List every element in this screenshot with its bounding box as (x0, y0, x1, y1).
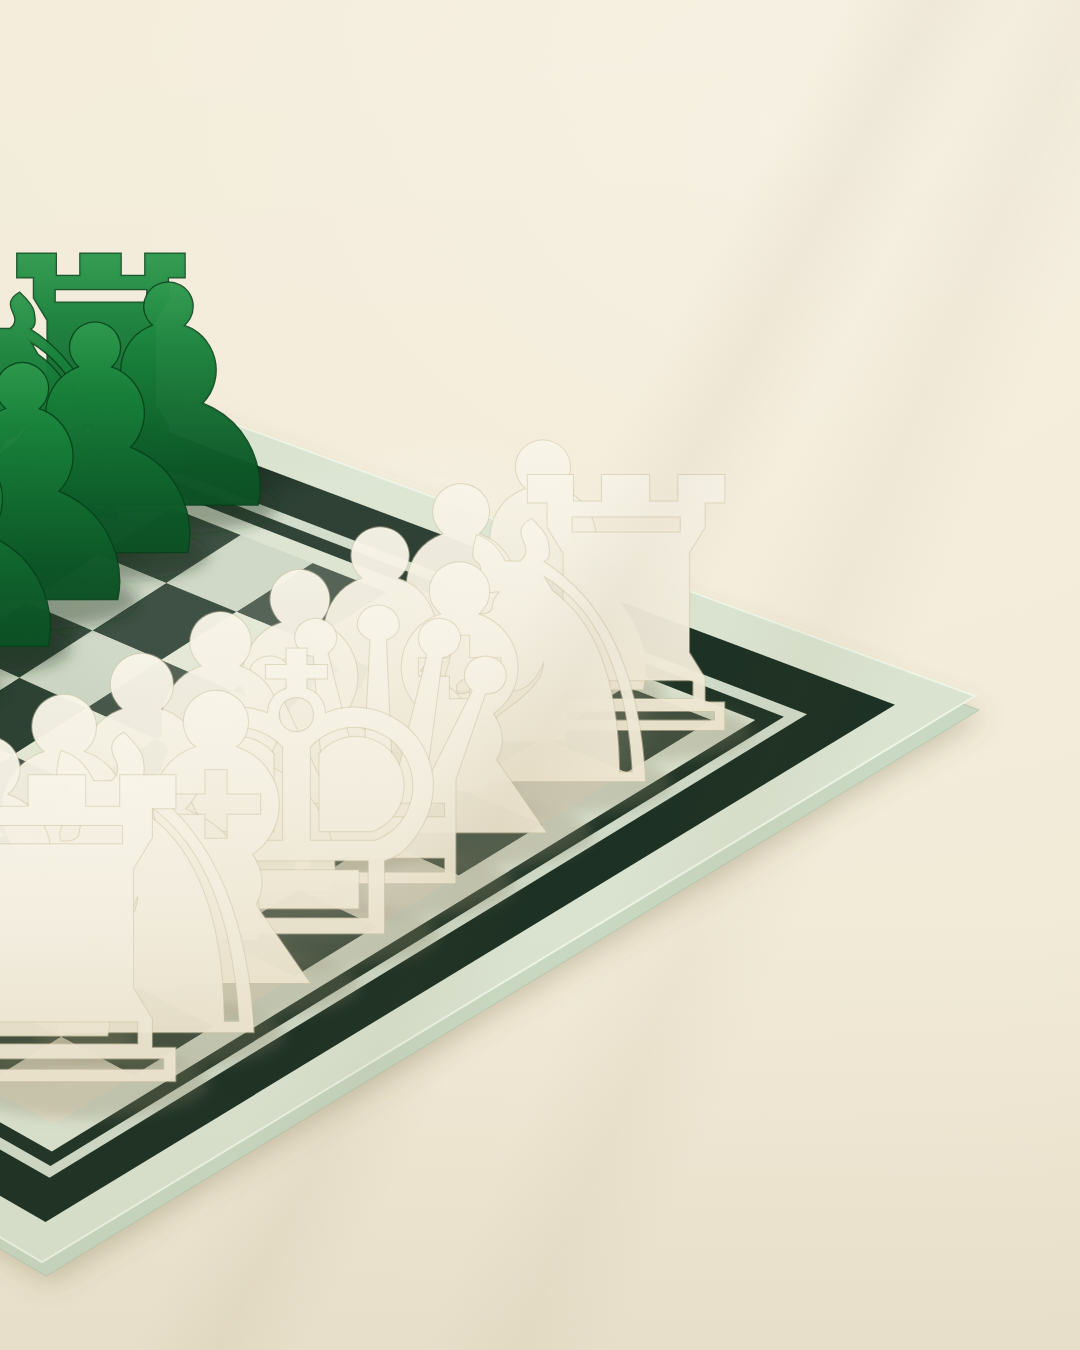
photo-scene: ♜♟♞♟♝♟♛♟♚♟♟♝♜♟♟♞♞♟♜♟♟♝♟♛♟♚♟♝♟♞♟♜ (0, 0, 1080, 1350)
pieces-layer: ♜♟♞♟♝♟♛♟♚♟♟♝♜♟♟♞♞♟♜♟♟♝♟♛♟♚♟♝♟♞♟♜ (0, 194, 783, 1180)
chess-board-photo: ♜♟♞♟♝♟♛♟♚♟♟♝♜♟♟♞♞♟♜♟♟♝♟♛♟♚♟♝♟♞♟♜ (0, 0, 1080, 1350)
piece-white-rook-h1: ♜ (0, 692, 245, 1180)
